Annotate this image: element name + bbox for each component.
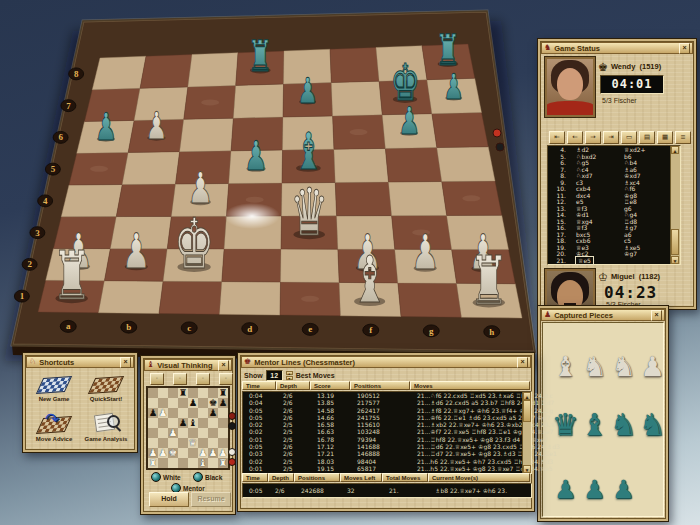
mentor-cell: 2/6 xyxy=(283,392,293,399)
radio-dot xyxy=(193,472,203,482)
header-positions[interactable]: Positions xyxy=(350,381,410,390)
square-f8[interactable] xyxy=(330,48,379,83)
captured-white-row: ♝♞♞♟ xyxy=(551,351,667,383)
scroll-down-icon[interactable]: ▼ xyxy=(671,256,679,264)
square-b5[interactable] xyxy=(122,152,179,185)
captured-black-pawns-row: ♟♟♟ xyxy=(551,475,638,504)
rank-label-8: 8 xyxy=(74,69,79,79)
mentor-cell: 21...♖d6 22.♕xe5+ ♔g8 23.cxd5 ♖xb6 24.♗d… xyxy=(417,443,560,450)
mentor-status-row: 0:052/62426883221.♗b8 22.♕xe7+ ♔h6 23. xyxy=(242,483,532,498)
quickstart-icon xyxy=(89,372,123,396)
captured-bishop-icon: ♝ xyxy=(551,351,580,382)
panel-title: Captured Pieces xyxy=(554,311,648,320)
current-move[interactable]: ♕e5 xyxy=(576,257,593,264)
white-p-piece[interactable]: ♟ xyxy=(411,224,440,281)
mini-square-a1: ♜ xyxy=(148,458,158,468)
move-advice-icon: ↷ xyxy=(37,412,71,436)
square-c6[interactable] xyxy=(180,118,234,152)
black-p-piece[interactable]: ♟ xyxy=(95,104,117,149)
mini-black-piece: ♟ xyxy=(209,407,218,418)
black-indicator xyxy=(496,143,504,151)
mentor-cell: 141688 xyxy=(357,443,380,450)
mini-square-g2: ♟ xyxy=(208,448,218,458)
mentor-line-row[interactable]: 0:032/617.2114688821...♖d7 22.♕xe5+ ♔g8 … xyxy=(243,450,531,457)
wendy-time-control: 5/3 Fischer xyxy=(602,97,637,104)
marble-vein xyxy=(301,296,319,302)
rank-label-6: 6 xyxy=(58,132,63,142)
footer-value: 32 xyxy=(347,484,355,497)
mini-white-piece: ♚ xyxy=(169,447,178,458)
close-icon[interactable]: × xyxy=(679,43,690,54)
mini-square-d8: ♜ xyxy=(178,388,188,398)
rank-label-2: 2 xyxy=(27,259,32,269)
spinner-up-icon: ▲ xyxy=(286,371,293,375)
mentor-lines-table[interactable]: 0:042/613.1919051221...♘f6 22.cxd5 ♖xd5 … xyxy=(242,391,532,474)
marble-vein xyxy=(201,99,219,105)
mini-white-piece: ♝ xyxy=(199,457,208,468)
footer-value: 0:05 xyxy=(249,484,262,497)
visual-thinking-icon: ♝ xyxy=(147,361,154,369)
mentor-cell: 0:02 xyxy=(249,428,262,435)
mentor-line-row[interactable]: 0:052/614.6624175521...♔f6 22.♖e1 ♗d6 23… xyxy=(243,414,531,421)
mini-square-f1: ♝ xyxy=(198,458,208,468)
mini-white-piece: ♟ xyxy=(159,447,168,458)
spinner-down-icon: ▼ xyxy=(286,376,293,380)
mentor-cell: 2/5 xyxy=(283,458,293,465)
mentor-cell: 16.63 xyxy=(317,428,334,435)
black-p-piece[interactable]: ♟ xyxy=(244,132,268,179)
header-time[interactable]: Time xyxy=(242,381,276,390)
mini-square-b8 xyxy=(158,388,168,398)
mentor-line-row[interactable]: 0:022/516.6310324821...♔f7 22.♕xe5 ♖hf8 … xyxy=(243,428,531,435)
mini-square-e5: ♝ xyxy=(188,418,198,428)
mini-black-piece: ♝ xyxy=(189,417,198,428)
shortcuts-panel: ♘ Shortcuts × New Game QuickStart! ↷ Mov… xyxy=(22,352,138,453)
header-moves[interactable]: Moves xyxy=(410,381,530,390)
mini-square-b4 xyxy=(158,428,168,438)
mentor-lines-icon: ♚ xyxy=(244,358,251,366)
rank-label-5: 5 xyxy=(51,164,56,174)
mentor-cell: 262417 xyxy=(357,407,380,414)
white-p-piece[interactable]: ♟ xyxy=(122,223,151,280)
mentor-cell: 21...♗d6 22.cxd5 a5 23.b7 ♖hf8 24.♖d1 ♖d… xyxy=(417,399,554,406)
mentor-cell: 0:05 xyxy=(249,407,262,414)
square-b4[interactable] xyxy=(116,184,175,217)
mentor-lines-panel: ♚ Mentor Lines (Chessmaster) × Show 12 ▲… xyxy=(237,352,535,512)
red-indicator-dot2 xyxy=(228,458,236,466)
player-name-wendy: ♚Wendy (1519) xyxy=(598,61,661,74)
panel-title: Game Status xyxy=(554,44,676,53)
square-b1[interactable] xyxy=(99,281,164,314)
mini-square-d4 xyxy=(178,428,188,438)
mentor-cell: 0:03 xyxy=(249,450,262,457)
avatar-shirt xyxy=(545,101,595,117)
rank-label-3: 3 xyxy=(35,228,40,238)
scroll-thumb[interactable] xyxy=(671,229,679,255)
mini-white-piece: ♟ xyxy=(159,407,168,418)
mentor-cell: 17.21 xyxy=(317,450,334,457)
panel-title: Mentor Lines (Chessmaster) xyxy=(254,358,514,367)
mini-square-c7 xyxy=(168,398,178,408)
scroll-thumb[interactable] xyxy=(523,400,531,422)
mentor-cell: 0:05 xyxy=(249,443,262,450)
mini-black-piece: ♟ xyxy=(189,397,198,408)
shortcuts-titlebar[interactable]: ♘ Shortcuts × xyxy=(26,356,134,368)
mentor-cell: 2/5 xyxy=(283,436,293,443)
square-d2[interactable] xyxy=(222,249,281,282)
mentor-cell: 79394 xyxy=(357,436,376,443)
black-p-piece[interactable]: ♟ xyxy=(398,99,420,144)
mini-white-piece: ♜ xyxy=(219,457,228,468)
mini-square-f7 xyxy=(198,398,208,408)
mentor-cell: 0:04 xyxy=(249,399,262,406)
black-indicator-dot xyxy=(228,422,236,430)
square-h6[interactable] xyxy=(432,113,488,148)
mentor-cell: 146888 xyxy=(357,450,380,457)
footer-header: Depth xyxy=(268,473,294,482)
mini-square-f4 xyxy=(198,428,208,438)
thinking-board: ♜♜♟♚♟♟♟♟♟♝♟♛♟♟♚♟♟♟♜♝♜ xyxy=(146,386,230,470)
thinking-toolbar-button-3[interactable]: ▫ xyxy=(219,373,233,385)
square-e2[interactable] xyxy=(281,249,340,282)
footer-header: Time xyxy=(242,473,268,482)
footer-value: 2/6 xyxy=(275,484,285,497)
mentor-cell: 14.66 xyxy=(317,414,334,421)
mini-square-d2 xyxy=(178,448,188,458)
nav-button-4[interactable]: ▭ xyxy=(621,131,637,144)
mentor-cell: 2/5 xyxy=(283,421,293,428)
captured-knight-icon: ♞ xyxy=(638,407,667,442)
mentor-line-row[interactable]: 0:042/613.1919051221...♘f6 22.cxd5 ♖xd5 … xyxy=(243,392,531,399)
captured-pieces-icon: ♟ xyxy=(544,311,551,319)
mentor-cell: 21...♗f8 22.♕xg7+ ♔h6 23.♕f4+ ♔g7 24.♖g xyxy=(417,407,553,414)
mini-white-piece: ♛ xyxy=(189,437,198,448)
mini-black-piece: ♟ xyxy=(149,407,158,418)
mini-square-h6 xyxy=(218,408,228,418)
captured-pieces-titlebar[interactable]: ♟ Captured Pieces × xyxy=(541,309,665,321)
captured-pieces-tray: ♝♞♞♟ ♛♝♞♞ ♟♟♟ xyxy=(542,322,664,517)
mini-square-g6: ♟ xyxy=(208,408,218,418)
mini-square-a4 xyxy=(148,428,158,438)
black-king-icon: ♚ xyxy=(598,61,608,74)
mentor-cell: 2/6 xyxy=(283,443,293,450)
move-row[interactable]: 21.♕e5 xyxy=(548,257,680,264)
panel-title: Shortcuts xyxy=(39,358,117,367)
file-label-a: a xyxy=(66,321,71,331)
game-status-panel: ♞ Game Status × ♚Wendy (1519) 04:01 5/3 … xyxy=(537,38,697,310)
white-b-piece[interactable]: ♝ xyxy=(351,242,389,318)
mini-square-c2: ♚ xyxy=(168,448,178,458)
mentor-cell: 14.58 xyxy=(317,407,334,414)
mini-white-piece: ♟ xyxy=(169,427,178,438)
captured-pawn-icon: ♟ xyxy=(580,475,609,504)
mentor-cell: 65817 xyxy=(357,465,376,472)
close-icon[interactable]: × xyxy=(651,310,662,321)
footer-value: 21. xyxy=(389,484,399,497)
white-q-piece[interactable]: ♛ xyxy=(290,174,329,251)
nav-button-5[interactable]: ▤ xyxy=(639,131,655,144)
avatar-wendy xyxy=(545,57,595,117)
mentor-cell: 0:02 xyxy=(249,458,262,465)
square-a4[interactable] xyxy=(61,185,122,217)
mini-square-b5 xyxy=(158,418,168,428)
new-game-button[interactable]: New Game xyxy=(29,371,79,410)
marble-vein xyxy=(90,166,108,172)
mini-square-g1 xyxy=(208,458,218,468)
header-depth[interactable]: Depth xyxy=(276,381,310,390)
mentor-line-row[interactable]: 0:052/614.5826241721...♗f8 22.♕xg7+ ♔h6 … xyxy=(243,407,531,414)
black-r-piece[interactable]: ♜ xyxy=(248,31,273,82)
mini-square-d1 xyxy=(178,458,188,468)
file-label-e: e xyxy=(308,324,312,334)
move-number: 21. xyxy=(550,257,566,264)
black-b-piece[interactable]: ♝ xyxy=(293,122,323,181)
marble-vein xyxy=(462,195,480,201)
mentor-table-headers: TimeDepthScorePositionsMoves xyxy=(242,381,530,390)
mini-square-c8 xyxy=(168,388,178,398)
footer-header: Positions xyxy=(294,473,340,482)
mentor-cell: 21...h6 22.♕xe5+ ♔h7 23.cxd5 ♖hf8 24.♗d3 xyxy=(417,458,553,465)
mini-square-e3: ♛ xyxy=(188,438,198,448)
mentor-cell: 21...♘f6 22.cxd5 ♖xd5 23.♗xa6 ♖hd8 24.♗c xyxy=(417,392,553,399)
captured-pawn-icon: ♟ xyxy=(551,475,580,504)
square-c1[interactable] xyxy=(159,281,222,314)
mini-square-a8 xyxy=(148,388,158,398)
black-p-piece[interactable]: ♟ xyxy=(443,66,464,107)
file-label-c: c xyxy=(187,323,191,333)
mentor-line-row[interactable]: 0:042/613.8521757721...♗d6 22.cxd5 a5 23… xyxy=(243,399,531,406)
hold-button[interactable]: Hold xyxy=(149,492,189,507)
mentor-cell: 13.19 xyxy=(317,392,334,399)
mini-square-b6: ♟ xyxy=(158,408,168,418)
mini-square-a5 xyxy=(148,418,158,428)
red-indicator-dot xyxy=(228,412,236,420)
mini-square-c1 xyxy=(168,458,178,468)
mini-black-piece: ♟ xyxy=(179,417,188,428)
mini-black-piece: ♟ xyxy=(219,397,228,408)
scroll-down-icon[interactable]: ▼ xyxy=(523,465,531,473)
mini-black-piece: ♜ xyxy=(179,387,188,398)
rank-label-1: 1 xyxy=(20,291,25,301)
panel-title: Visual Thinking xyxy=(157,361,215,370)
visual-thinking-panel: ♝ Visual Thinking × ▫▫▫▫ ♜♜♟♚♟♟♟♟♟♝♟♛♟♟♚… xyxy=(140,355,236,515)
mentor-line-row[interactable]: 0:012/516.787939421...♖hf8 22.♕xe5+ ♔g8 … xyxy=(243,436,531,443)
white-k-piece[interactable]: ♚ xyxy=(174,204,215,284)
mini-square-h1: ♜ xyxy=(218,458,228,468)
mentor-line-row[interactable]: 0:022/516.5811561021...♗xb2 22.♕xe7+ ♔h6… xyxy=(243,421,531,428)
highlight-glow xyxy=(224,203,280,229)
red-indicator xyxy=(493,129,501,137)
mini-square-d5: ♟ xyxy=(178,418,188,428)
footer-header: Moves Left xyxy=(340,473,382,482)
square-a8[interactable] xyxy=(92,56,146,90)
mentor-cell: 2/6 xyxy=(283,399,293,406)
mentor-cell: 241755 xyxy=(357,414,380,421)
black-p-piece[interactable]: ♟ xyxy=(297,70,318,111)
captured-pawn-icon: ♟ xyxy=(609,475,638,504)
mentor-line-row[interactable]: 0:012/519.156581721...h5 22.♕xe5+ ♔g8 23… xyxy=(243,465,531,472)
mini-square-d7 xyxy=(178,398,188,408)
footer-value: 242688 xyxy=(301,484,324,497)
avatar-face xyxy=(557,68,583,100)
visual-thinking-titlebar[interactable]: ♝ Visual Thinking × xyxy=(144,359,232,371)
square-d7[interactable] xyxy=(233,84,283,118)
mentor-lines-titlebar[interactable]: ♚ Mentor Lines (Chessmaster) × xyxy=(241,356,531,368)
mentor-cell: 190512 xyxy=(357,392,380,399)
move-list-scrollbar[interactable]: ▲▼ xyxy=(670,146,680,264)
footer-header: Total Moves xyxy=(382,473,428,482)
thinking-toolbar-button-2[interactable]: ▫ xyxy=(196,373,210,385)
mentor-cell: 17.12 xyxy=(317,443,334,450)
header-score[interactable]: Score xyxy=(310,381,350,390)
marble-vein xyxy=(350,129,368,135)
nav-button-3[interactable]: ⇥ xyxy=(603,131,619,144)
close-icon[interactable]: × xyxy=(517,357,528,368)
radio-dot xyxy=(151,472,161,482)
square-g1[interactable] xyxy=(398,283,462,317)
radio-black[interactable]: Black xyxy=(193,472,222,482)
wendy-clock: 04:01 xyxy=(600,75,664,94)
mini-square-e2 xyxy=(188,448,198,458)
close-icon[interactable]: × xyxy=(218,360,229,371)
captured-black-row: ♛♝♞♞ xyxy=(551,407,667,442)
captured-knight-icon: ♞ xyxy=(609,407,638,442)
white-indicator-dot xyxy=(228,448,236,456)
captured-knight-icon: ♞ xyxy=(580,351,609,382)
footer-value: ♗b8 22.♕xe7+ ♔h6 23. xyxy=(435,484,507,497)
rank-label-4: 4 xyxy=(43,196,48,206)
nav-button-0[interactable]: ⇤ xyxy=(549,131,565,144)
file-label-b: b xyxy=(126,322,131,332)
shortcuts-icon: ♘ xyxy=(29,358,36,366)
miguel-clock: 04:23 xyxy=(604,283,657,302)
move-list[interactable]: 4.♗d2♕xd2+5.♘bxd2b66.♘g5♘b47.♘c4♗a68.♘xd… xyxy=(547,145,681,265)
game-navigation-toolbar: ⇤←→⇥▭▤▦≡ xyxy=(549,131,691,144)
file-label-d: d xyxy=(247,324,252,334)
square-f5[interactable] xyxy=(334,148,389,182)
game-status-titlebar[interactable]: ♞ Game Status × xyxy=(541,42,693,54)
scroll-up-icon[interactable]: ▲ xyxy=(523,392,531,400)
square-f4[interactable] xyxy=(335,182,391,216)
best-moves-label: Best Moves xyxy=(296,372,335,379)
nav-button-7[interactable]: ≡ xyxy=(675,131,691,144)
mentor-cell: 16.78 xyxy=(317,436,334,443)
file-label-h: h xyxy=(489,327,494,337)
mentor-cell: 2/5 xyxy=(283,465,293,472)
mentor-line-row[interactable]: 0:022/518.039840421...h6 22.♕xe5+ ♔h7 23… xyxy=(243,458,531,465)
mentor-cell: 21...♗xb2 22.♕xe7+ ♔h6 23.♔xb2 dxc4 24.♕ xyxy=(417,421,556,428)
mentor-cell: 2/5 xyxy=(283,428,293,435)
mini-square-f5 xyxy=(198,418,208,428)
mentor-cell: 0:01 xyxy=(249,465,262,472)
mini-square-h5 xyxy=(218,418,228,428)
captured-pieces-panel: ♟ Captured Pieces × ♝♞♞♟ ♛♝♞♞ ♟♟♟ xyxy=(537,305,669,522)
captured-knight-icon: ♞ xyxy=(609,351,638,382)
mentor-cell: 21...h5 22.♕xe5+ ♔g8 23.♕xe7 ♖d7 24.♕e5 xyxy=(417,465,553,472)
white-move[interactable]: ♕e5 xyxy=(576,257,593,264)
mini-square-b1 xyxy=(158,458,168,468)
rank-label-7: 7 xyxy=(66,101,71,111)
game-analysis-button[interactable]: Game Analysis xyxy=(81,411,131,450)
mentor-cell: 13.85 xyxy=(317,399,334,406)
mentor-cell: 98404 xyxy=(357,458,376,465)
mentor-scrollbar[interactable]: ▲▼ xyxy=(522,392,531,473)
square-h5[interactable] xyxy=(437,147,495,182)
mentor-cell: 2/6 xyxy=(283,414,293,421)
show-best-moves-row: Show 12 ▲▼ Best Moves xyxy=(244,369,335,381)
mentor-cell: 21...♔f7 22.♕xe5 ♖hf8 23.♖e1 ♔g8 24.♕xe7 xyxy=(417,428,553,435)
mentor-cell: 0:02 xyxy=(249,421,262,428)
move-advice-button[interactable]: ↷ Move Advice xyxy=(29,411,79,450)
mentor-cell: 217577 xyxy=(357,399,380,406)
white-r-piece[interactable]: ♜ xyxy=(469,241,509,319)
mini-square-b2: ♟ xyxy=(158,448,168,458)
square-d1[interactable] xyxy=(220,282,281,315)
game-status-icon: ♞ xyxy=(544,44,551,52)
square-b8[interactable] xyxy=(140,55,192,89)
resume-button[interactable]: Resume xyxy=(191,492,231,507)
mentor-cell: 18.03 xyxy=(317,458,334,465)
mini-square-e1 xyxy=(188,458,198,468)
mini-square-c4: ♟ xyxy=(168,428,178,438)
mini-square-a6: ♟ xyxy=(148,408,158,418)
mentor-cell: 0:04 xyxy=(249,392,262,399)
game-analysis-icon xyxy=(89,412,123,436)
mini-square-g4 xyxy=(208,428,218,438)
mentor-cell: 115610 xyxy=(357,421,380,428)
square-f7[interactable] xyxy=(331,81,382,116)
nav-button-6[interactable]: ▦ xyxy=(657,131,673,144)
scroll-up-icon[interactable]: ▲ xyxy=(671,146,679,154)
mentor-cell: 103248 xyxy=(357,428,380,435)
mentor-cell: 2/6 xyxy=(283,407,293,414)
close-icon[interactable]: × xyxy=(120,357,131,368)
marble-vein xyxy=(246,197,264,203)
mentor-cell: 0:01 xyxy=(249,436,262,443)
white-r-piece[interactable]: ♜ xyxy=(52,237,92,315)
nav-button-1[interactable]: ← xyxy=(567,131,583,144)
white-p-piece[interactable]: ♟ xyxy=(145,103,167,148)
mentor-cell: 0:05 xyxy=(249,414,262,421)
show-label: Show xyxy=(244,372,263,379)
mini-square-h4 xyxy=(218,428,228,438)
file-label-g: g xyxy=(429,326,434,336)
square-c8[interactable] xyxy=(188,53,238,87)
mini-square-h7: ♟ xyxy=(218,398,228,408)
new-game-icon xyxy=(37,372,71,396)
nav-button-2[interactable]: → xyxy=(585,131,601,144)
radio-white[interactable]: White xyxy=(151,472,181,482)
mini-square-f6 xyxy=(198,408,208,418)
footer-header: Current Move(s) xyxy=(428,473,530,482)
mentor-footer-headers: TimeDepthPositionsMoves LeftTotal MovesC… xyxy=(242,473,530,482)
mini-square-g5 xyxy=(208,418,218,428)
mini-white-piece: ♟ xyxy=(209,447,218,458)
visual-thinking-toolbar: ▫▫▫▫ xyxy=(150,373,233,385)
thinking-toolbar-button-1[interactable]: ▫ xyxy=(173,373,187,385)
quickstart-button[interactable]: QuickStart! xyxy=(81,371,131,410)
mentor-line-row[interactable]: 0:052/617.1214168821...♖d6 22.♕xe5+ ♔g8 … xyxy=(243,443,531,450)
show-count-field[interactable]: 12 xyxy=(266,370,283,381)
mini-square-c6 xyxy=(168,408,178,418)
mini-square-d3 xyxy=(178,438,188,448)
mini-square-e7: ♟ xyxy=(188,398,198,408)
thinking-toolbar-button-0[interactable]: ▫ xyxy=(150,373,164,385)
show-count-spinner[interactable]: ▲▼ xyxy=(286,371,293,380)
mini-square-f8 xyxy=(198,388,208,398)
square-g5[interactable] xyxy=(385,148,441,182)
square-g4[interactable] xyxy=(389,182,447,216)
